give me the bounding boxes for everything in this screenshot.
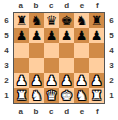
file-label-b-top: b [28, 2, 43, 10]
file-labels-bottom: abcdef [13, 104, 105, 120]
square-c6[interactable]: ♛ [44, 13, 59, 28]
white-pawn-icon[interactable]: ♟ [91, 73, 103, 88]
rank-label-2-left: 2 [0, 73, 13, 88]
rank-label-4-right: 4 [105, 43, 118, 58]
white-rook-icon[interactable]: ♜ [16, 88, 28, 103]
white-king-icon[interactable]: ♚ [61, 88, 73, 103]
rank-label-3-left: 3 [0, 58, 13, 73]
rank-label-5-left: 5 [0, 28, 13, 43]
white-pawn-icon[interactable]: ♟ [31, 73, 43, 88]
square-c4[interactable] [44, 43, 59, 58]
rank-label-6-right: 6 [105, 13, 118, 28]
black-pawn-icon[interactable]: ♟ [16, 28, 28, 43]
file-labels-top: abcdef [13, 0, 105, 12]
white-queen-icon[interactable]: ♛ [46, 88, 58, 103]
square-f3[interactable] [89, 58, 104, 73]
square-b6[interactable]: ♞ [29, 13, 44, 28]
square-f6[interactable]: ♜ [89, 13, 104, 28]
square-b5[interactable]: ♟ [29, 28, 44, 43]
square-d6[interactable]: ♚ [59, 13, 74, 28]
square-b2[interactable]: ♟ [29, 73, 44, 88]
square-a6[interactable]: ♜ [14, 13, 29, 28]
file-label-a-top: a [13, 2, 28, 10]
square-c3[interactable] [44, 58, 59, 73]
chess-diagram: abcdef 654321 ♜♞♛♚♞♜♟♟♟♟♟♟♟♟♟♟♟♟♜♞♛♚♞♜ 6… [0, 0, 118, 120]
square-e3[interactable] [74, 58, 89, 73]
white-rook-icon[interactable]: ♜ [91, 88, 103, 103]
black-knight-icon[interactable]: ♞ [31, 13, 43, 28]
square-a1[interactable]: ♜ [14, 88, 29, 103]
rank-label-5-right: 5 [105, 28, 118, 43]
rank-label-2-right: 2 [105, 73, 118, 88]
square-d2[interactable]: ♟ [59, 73, 74, 88]
file-label-e-top: e [74, 2, 89, 10]
black-pawn-icon[interactable]: ♟ [76, 28, 88, 43]
square-a5[interactable]: ♟ [14, 28, 29, 43]
rank-labels-right: 654321 [105, 12, 118, 104]
black-rook-icon[interactable]: ♜ [91, 13, 103, 28]
white-knight-icon[interactable]: ♞ [31, 88, 43, 103]
square-b1[interactable]: ♞ [29, 88, 44, 103]
square-f1[interactable]: ♜ [89, 88, 104, 103]
white-pawn-icon[interactable]: ♟ [16, 73, 28, 88]
square-f2[interactable]: ♟ [89, 73, 104, 88]
square-d3[interactable] [59, 58, 74, 73]
black-pawn-icon[interactable]: ♟ [61, 28, 73, 43]
file-label-d-bottom: d [59, 108, 74, 116]
square-d4[interactable] [59, 43, 74, 58]
rank-label-1-left: 1 [0, 88, 13, 103]
file-label-c-bottom: c [44, 108, 59, 116]
rank-label-6-left: 6 [0, 13, 13, 28]
square-b4[interactable] [29, 43, 44, 58]
square-e5[interactable]: ♟ [74, 28, 89, 43]
white-knight-icon[interactable]: ♞ [76, 88, 88, 103]
rank-labels-left: 654321 [0, 12, 13, 104]
square-e2[interactable]: ♟ [74, 73, 89, 88]
file-label-c-top: c [44, 2, 59, 10]
black-pawn-icon[interactable]: ♟ [91, 28, 103, 43]
square-c2[interactable]: ♟ [44, 73, 59, 88]
file-label-d-top: d [59, 2, 74, 10]
black-pawn-icon[interactable]: ♟ [46, 28, 58, 43]
square-e1[interactable]: ♞ [74, 88, 89, 103]
black-rook-icon[interactable]: ♜ [16, 13, 28, 28]
square-e4[interactable] [74, 43, 89, 58]
file-label-e-bottom: e [74, 108, 89, 116]
white-pawn-icon[interactable]: ♟ [46, 73, 58, 88]
file-label-b-bottom: b [28, 108, 43, 116]
file-label-a-bottom: a [13, 108, 28, 116]
square-e6[interactable]: ♞ [74, 13, 89, 28]
square-a2[interactable]: ♟ [14, 73, 29, 88]
file-label-f-top: f [90, 2, 105, 10]
rank-label-1-right: 1 [105, 88, 118, 103]
square-b3[interactable] [29, 58, 44, 73]
black-king-icon[interactable]: ♚ [61, 13, 73, 28]
black-knight-icon[interactable]: ♞ [76, 13, 88, 28]
white-pawn-icon[interactable]: ♟ [76, 73, 88, 88]
square-c5[interactable]: ♟ [44, 28, 59, 43]
white-pawn-icon[interactable]: ♟ [61, 73, 73, 88]
chess-board: ♜♞♛♚♞♜♟♟♟♟♟♟♟♟♟♟♟♟♜♞♛♚♞♜ [13, 12, 105, 104]
square-f5[interactable]: ♟ [89, 28, 104, 43]
file-label-f-bottom: f [90, 108, 105, 116]
rank-label-3-right: 3 [105, 58, 118, 73]
square-f4[interactable] [89, 43, 104, 58]
square-d5[interactable]: ♟ [59, 28, 74, 43]
square-d1[interactable]: ♚ [59, 88, 74, 103]
rank-label-4-left: 4 [0, 43, 13, 58]
black-queen-icon[interactable]: ♛ [46, 13, 58, 28]
black-pawn-icon[interactable]: ♟ [31, 28, 43, 43]
square-a4[interactable] [14, 43, 29, 58]
square-c1[interactable]: ♛ [44, 88, 59, 103]
square-a3[interactable] [14, 58, 29, 73]
